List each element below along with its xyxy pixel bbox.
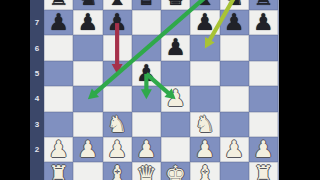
black-pawn: ♟ bbox=[165, 35, 186, 60]
square-g5 bbox=[220, 61, 249, 86]
black-pawn: ♟ bbox=[224, 10, 245, 35]
black-rook: ♜ bbox=[253, 0, 274, 10]
square-g1 bbox=[220, 162, 249, 180]
white-pawn: ♟ bbox=[195, 137, 216, 162]
white-pawn: ♟ bbox=[107, 137, 128, 162]
square-g7: ♟ bbox=[220, 10, 249, 35]
square-f3: ♞ bbox=[190, 112, 219, 137]
white-pawn: ♟ bbox=[253, 137, 274, 162]
square-h6 bbox=[249, 35, 278, 60]
black-pawn: ♟ bbox=[136, 61, 157, 86]
black-pawn: ♟ bbox=[195, 10, 216, 35]
square-c2: ♟ bbox=[103, 137, 132, 162]
square-d8: ♛ bbox=[132, 0, 161, 10]
square-a7: ♟ bbox=[44, 10, 73, 35]
white-knight: ♞ bbox=[195, 112, 216, 137]
square-b8: ♞ bbox=[73, 0, 102, 10]
rank-label-4: 4 bbox=[30, 93, 44, 104]
square-g4 bbox=[220, 86, 249, 111]
square-b2: ♟ bbox=[73, 137, 102, 162]
rank-label-5: 5 bbox=[30, 68, 44, 79]
square-e1: ♚ bbox=[161, 162, 190, 180]
square-d2: ♟ bbox=[132, 137, 161, 162]
square-d7 bbox=[132, 10, 161, 35]
square-h4 bbox=[249, 86, 278, 111]
rank-label-3: 3 bbox=[30, 119, 44, 130]
square-b7: ♟ bbox=[73, 10, 102, 35]
square-c5 bbox=[103, 61, 132, 86]
square-c1: ♝ bbox=[103, 162, 132, 180]
black-pawn: ♟ bbox=[253, 10, 274, 35]
black-pawn: ♟ bbox=[48, 10, 69, 35]
black-pawn: ♟ bbox=[107, 10, 128, 35]
white-pawn: ♟ bbox=[48, 137, 69, 162]
square-g3 bbox=[220, 112, 249, 137]
square-a2: ♟ bbox=[44, 137, 73, 162]
black-queen: ♛ bbox=[136, 0, 157, 10]
square-d1: ♛ bbox=[132, 162, 161, 180]
square-h2: ♟ bbox=[249, 137, 278, 162]
square-f4 bbox=[190, 86, 219, 111]
square-g2: ♟ bbox=[220, 137, 249, 162]
square-c8: ♝ bbox=[103, 0, 132, 10]
square-b3 bbox=[73, 112, 102, 137]
square-e4: ♟ bbox=[161, 86, 190, 111]
square-d4 bbox=[132, 86, 161, 111]
square-h5 bbox=[249, 61, 278, 86]
black-pawn: ♟ bbox=[78, 10, 99, 35]
square-c3: ♞ bbox=[103, 112, 132, 137]
black-rook: ♜ bbox=[48, 0, 69, 10]
chess-board: ♜♞♝♛♚♝♞♜♟♟♟♟♟♟♟♟♟♞♞♟♟♟♟♟♟♟♜♝♛♚♝♜ bbox=[44, 0, 279, 180]
black-knight: ♞ bbox=[78, 0, 99, 10]
square-f5 bbox=[190, 61, 219, 86]
rank-label-2: 2 bbox=[30, 144, 44, 155]
square-f6 bbox=[190, 35, 219, 60]
white-pawn: ♟ bbox=[136, 137, 157, 162]
white-rook: ♜ bbox=[253, 162, 274, 180]
square-a4 bbox=[44, 86, 73, 111]
white-queen: ♛ bbox=[136, 162, 157, 180]
black-king: ♚ bbox=[165, 0, 186, 10]
rank-label-6: 6 bbox=[30, 43, 44, 54]
square-b5 bbox=[73, 61, 102, 86]
rank-label-7: 7 bbox=[30, 17, 44, 28]
white-pawn: ♟ bbox=[165, 86, 186, 111]
white-pawn: ♟ bbox=[224, 137, 245, 162]
white-bishop: ♝ bbox=[107, 162, 128, 180]
square-c4 bbox=[103, 86, 132, 111]
square-h7: ♟ bbox=[249, 10, 278, 35]
black-knight: ♞ bbox=[224, 0, 245, 10]
white-king: ♚ bbox=[165, 162, 186, 180]
square-g8: ♞ bbox=[220, 0, 249, 10]
square-d6 bbox=[132, 35, 161, 60]
square-f8: ♝ bbox=[190, 0, 219, 10]
square-g6 bbox=[220, 35, 249, 60]
square-d5: ♟ bbox=[132, 61, 161, 86]
white-knight: ♞ bbox=[107, 112, 128, 137]
white-rook: ♜ bbox=[48, 162, 69, 180]
square-h3 bbox=[249, 112, 278, 137]
square-e3 bbox=[161, 112, 190, 137]
square-h8: ♜ bbox=[249, 0, 278, 10]
square-f2: ♟ bbox=[190, 137, 219, 162]
square-a1: ♜ bbox=[44, 162, 73, 180]
white-bishop: ♝ bbox=[195, 162, 216, 180]
square-e2 bbox=[161, 137, 190, 162]
square-b4 bbox=[73, 86, 102, 111]
square-b6 bbox=[73, 35, 102, 60]
square-a3 bbox=[44, 112, 73, 137]
square-h1: ♜ bbox=[249, 162, 278, 180]
square-a5 bbox=[44, 61, 73, 86]
square-b1 bbox=[73, 162, 102, 180]
square-e7 bbox=[161, 10, 190, 35]
square-a8: ♜ bbox=[44, 0, 73, 10]
square-c6 bbox=[103, 35, 132, 60]
square-f7: ♟ bbox=[190, 10, 219, 35]
square-e8: ♚ bbox=[161, 0, 190, 10]
square-d3 bbox=[132, 112, 161, 137]
square-c7: ♟ bbox=[103, 10, 132, 35]
square-e5 bbox=[161, 61, 190, 86]
white-pawn: ♟ bbox=[78, 137, 99, 162]
square-e6: ♟ bbox=[161, 35, 190, 60]
black-bishop: ♝ bbox=[107, 0, 128, 10]
square-a6 bbox=[44, 35, 73, 60]
square-f1: ♝ bbox=[190, 162, 219, 180]
black-bishop: ♝ bbox=[195, 0, 216, 10]
video-frame: ♜♞♝♛♚♝♞♜♟♟♟♟♟♟♟♟♟♞♞♟♟♟♟♟♟♟♜♝♛♚♝♜ 765432 bbox=[0, 0, 320, 180]
